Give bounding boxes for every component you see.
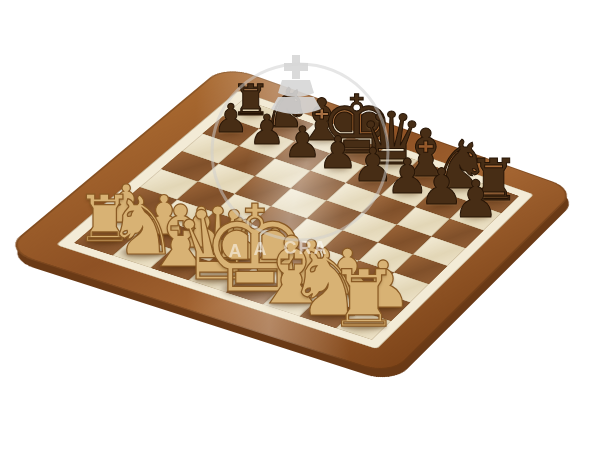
pawn-glyph: ♟ <box>283 117 321 167</box>
pawn-glyph: ♟ <box>213 96 248 141</box>
pawn-glyph: ♟ <box>248 106 285 154</box>
piece-black-pawn-h7[interactable]: ♟ <box>453 174 499 226</box>
pieces-layer: ♜♞♟♝♟♚♟♛♟♝♟♞♟♜♟♟♟♟♜♟♞♟♝♟♛♟♚♟♝♟♞♜ <box>0 0 600 450</box>
piece-white-rook-h1[interactable]: ♜ <box>328 260 399 339</box>
pawn-glyph: ♟ <box>453 169 499 229</box>
piece-black-pawn-b7[interactable]: ♟ <box>248 110 285 151</box>
rook-glyph: ♜ <box>328 253 399 345</box>
chess-set-photo: ♜♞♟♝♟♚♟♛♟♝♟♞♟♜♟♟♟♟♜♟♞♟♝♟♛♟♚♟♝♟♞♜ AACRA <box>0 0 600 450</box>
piece-black-pawn-a7[interactable]: ♟ <box>213 99 248 138</box>
piece-black-pawn-c7[interactable]: ♟ <box>283 121 321 164</box>
